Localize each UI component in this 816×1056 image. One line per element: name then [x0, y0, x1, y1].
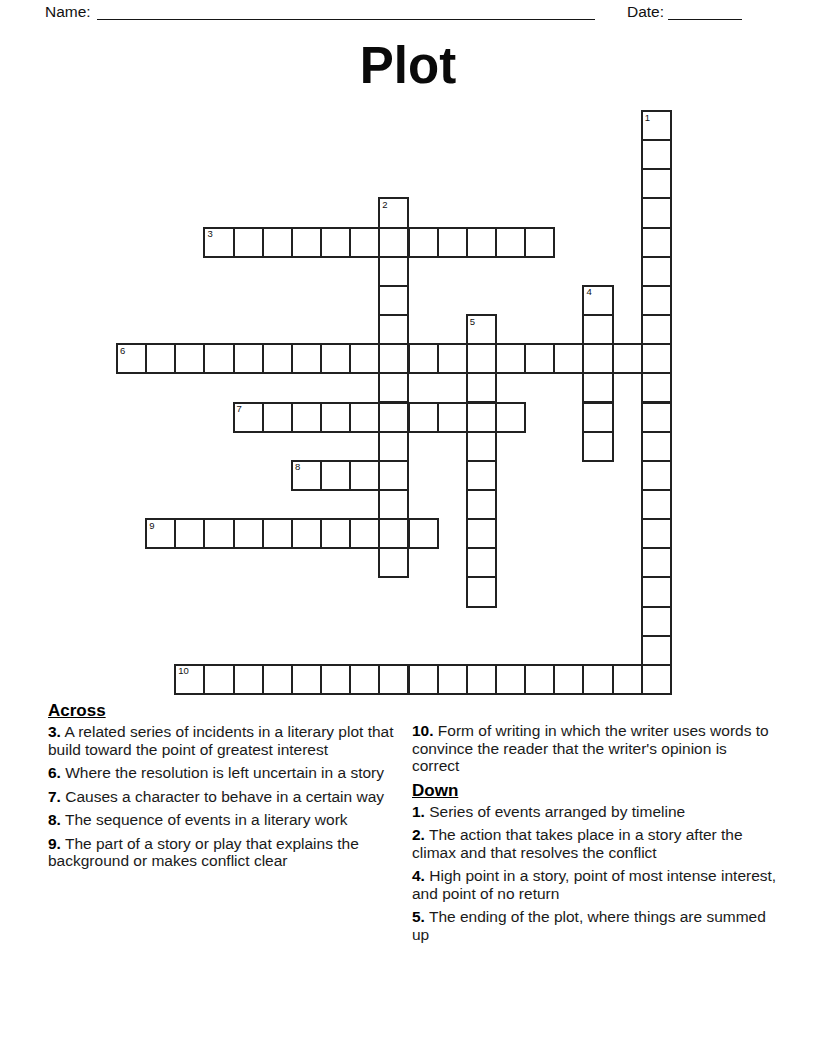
- grid-cell-r10c8[interactable]: [349, 402, 380, 433]
- grid-cell-r10c16[interactable]: [582, 402, 613, 433]
- grid-cell-r19c15[interactable]: [553, 664, 584, 695]
- grid-cell-r8c16[interactable]: [582, 343, 613, 374]
- clue-number: 1.: [412, 803, 425, 820]
- clue-across-8: 8. The sequence of events in a literary …: [48, 811, 411, 829]
- grid-cell-r4c7[interactable]: [320, 227, 351, 258]
- grid-number-9: 9: [149, 521, 154, 531]
- grid-cell-r4c11[interactable]: [437, 227, 468, 258]
- grid-cell-r11c16[interactable]: [582, 431, 613, 462]
- grid-cell-r5c18[interactable]: [641, 256, 672, 287]
- clue-number: 6.: [48, 764, 61, 781]
- grid-cell-r11c12[interactable]: [466, 431, 497, 462]
- grid-cell-r12c18[interactable]: [641, 460, 672, 491]
- grid-cell-r4c9[interactable]: [378, 227, 409, 258]
- across-clues-left: 3. A related series of incidents in a li…: [48, 723, 411, 870]
- grid-number-6: 6: [120, 346, 125, 356]
- down-clues: 1. Series of events arranged by timeline…: [412, 803, 778, 944]
- clue-across-9: 9. The part of a story or play that expl…: [48, 835, 411, 870]
- clue-down-1: 1. Series of events arranged by timeline: [412, 803, 778, 821]
- clue-text: The ending of the plot, where things are…: [412, 908, 766, 943]
- clue-number: 2.: [412, 826, 425, 843]
- grid-cell-r19c6[interactable]: [291, 664, 322, 695]
- grid-cell-r19c14[interactable]: [524, 664, 555, 695]
- grid-cell-r8c8[interactable]: [349, 343, 380, 374]
- grid-cell-r6c9[interactable]: [378, 285, 409, 316]
- grid-cell-r8c6[interactable]: [291, 343, 322, 374]
- grid-cell-r19c12[interactable]: [466, 664, 497, 695]
- grid-cell-r8c10[interactable]: [408, 343, 439, 374]
- clue-text: Series of events arranged by timeline: [425, 803, 685, 820]
- down-header: Down: [412, 781, 778, 800]
- grid-cell-r8c12[interactable]: [466, 343, 497, 374]
- grid-cell-r4c12[interactable]: [466, 227, 497, 258]
- grid-cell-r5c9[interactable]: [378, 256, 409, 287]
- clue-down-2: 2. The action that takes place in a stor…: [412, 826, 778, 861]
- clue-across-7: 7. Causes a character to behave in a cer…: [48, 788, 411, 806]
- grid-cell-r19c9[interactable]: [378, 664, 409, 695]
- grid-cell-r8c5[interactable]: [262, 343, 293, 374]
- name-blank-line[interactable]: [97, 18, 595, 20]
- grid-cell-r4c6[interactable]: [291, 227, 322, 258]
- grid-cell-r10c9[interactable]: [378, 402, 409, 433]
- grid-cell-r4c18[interactable]: [641, 227, 672, 258]
- clue-number: 4.: [412, 867, 425, 884]
- grid-cell-r8c2[interactable]: [174, 343, 205, 374]
- clue-across-3: 3. A related series of incidents in a li…: [48, 723, 411, 758]
- grid-number-4: 4: [586, 287, 591, 297]
- grid-cell-r19c5[interactable]: [262, 664, 293, 695]
- crossword-grid: 12345678910: [116, 110, 672, 695]
- grid-cell-r19c18[interactable]: [641, 664, 672, 695]
- grid-cell-r10c5[interactable]: [262, 402, 293, 433]
- clue-text: Causes a character to behave in a certai…: [61, 788, 384, 805]
- across-clues-overflow: 10. Form of writing in which the writer …: [412, 722, 778, 775]
- clue-text: High point in a story, point of most int…: [412, 867, 776, 902]
- grid-cell-r15c18[interactable]: [641, 547, 672, 578]
- grid-cell-r19c4[interactable]: [233, 664, 264, 695]
- grid-cell-r19c11[interactable]: [437, 664, 468, 695]
- grid-cell-r8c13[interactable]: [495, 343, 526, 374]
- clue-number: 7.: [48, 788, 61, 805]
- clue-down-4: 4. High point in a story, point of most …: [412, 867, 778, 902]
- grid-cell-r7c9[interactable]: [378, 314, 409, 345]
- grid-cell-r10c7[interactable]: [320, 402, 351, 433]
- grid-cell-r14c1[interactable]: 9: [145, 518, 176, 549]
- grid-cell-r8c18[interactable]: [641, 343, 672, 374]
- grid-cell-r14c8[interactable]: [349, 518, 380, 549]
- grid-cell-r15c9[interactable]: [378, 547, 409, 578]
- grid-cell-r14c7[interactable]: [320, 518, 351, 549]
- grid-cell-r8c9[interactable]: [378, 343, 409, 374]
- grid-cell-r14c3[interactable]: [203, 518, 234, 549]
- clues-left-column: Across 3. A related series of incidents …: [48, 701, 411, 876]
- grid-cell-r4c8[interactable]: [349, 227, 380, 258]
- grid-cell-r8c1[interactable]: [145, 343, 176, 374]
- grid-number-8: 8: [295, 462, 300, 472]
- grid-cell-r12c9[interactable]: [378, 460, 409, 491]
- grid-cell-r16c18[interactable]: [641, 576, 672, 607]
- worksheet-page: { "game": "crossword", "title": "Plot", …: [0, 0, 816, 1056]
- clue-number: 5.: [412, 908, 425, 925]
- grid-cell-r12c7[interactable]: [320, 460, 351, 491]
- clue-number: 3.: [48, 723, 61, 740]
- clue-text: The action that takes place in a story a…: [412, 826, 743, 861]
- grid-cell-r4c5[interactable]: [262, 227, 293, 258]
- grid-cell-r13c18[interactable]: [641, 489, 672, 520]
- grid-cell-r18c18[interactable]: [641, 635, 672, 666]
- grid-cell-r19c17[interactable]: [612, 664, 643, 695]
- grid-cell-r10c18[interactable]: [641, 402, 672, 433]
- grid-cell-r12c6[interactable]: 8: [291, 460, 322, 491]
- grid-cell-r4c14[interactable]: [524, 227, 555, 258]
- grid-cell-r9c9[interactable]: [378, 372, 409, 403]
- grid-cell-r10c13[interactable]: [495, 402, 526, 433]
- grid-cell-r8c17[interactable]: [612, 343, 643, 374]
- grid-cell-r8c3[interactable]: [203, 343, 234, 374]
- grid-cell-r11c18[interactable]: [641, 431, 672, 462]
- clues-right-column: 10. Form of writing in which the writer …: [412, 722, 778, 949]
- date-blank-line[interactable]: [668, 18, 742, 20]
- clue-across-6: 6. Where the resolution is left uncertai…: [48, 764, 411, 782]
- grid-cell-r8c14[interactable]: [524, 343, 555, 374]
- clue-text: The sequence of events in a literary wor…: [61, 811, 348, 828]
- grid-cell-r7c12[interactable]: 5: [466, 314, 497, 345]
- grid-cell-r15c12[interactable]: [466, 547, 497, 578]
- grid-cell-r14c4[interactable]: [233, 518, 264, 549]
- grid-cell-r19c3[interactable]: [203, 664, 234, 695]
- grid-cell-r19c8[interactable]: [349, 664, 380, 695]
- grid-cell-r10c11[interactable]: [437, 402, 468, 433]
- grid-cell-r13c9[interactable]: [378, 489, 409, 520]
- date-label: Date:: [627, 3, 664, 21]
- clue-text: Where the resolution is left uncertain i…: [61, 764, 384, 781]
- grid-cell-r14c10[interactable]: [408, 518, 439, 549]
- grid-number-5: 5: [470, 317, 475, 327]
- grid-cell-r4c4[interactable]: [233, 227, 264, 258]
- grid-cell-r12c12[interactable]: [466, 460, 497, 491]
- clue-text: The part of a story or play that explain…: [48, 835, 359, 870]
- grid-cell-r10c10[interactable]: [408, 402, 439, 433]
- grid-cell-r2c18[interactable]: [641, 168, 672, 199]
- grid-cell-r12c8[interactable]: [349, 460, 380, 491]
- grid-number-3: 3: [207, 229, 212, 239]
- grid-cell-r19c16[interactable]: [582, 664, 613, 695]
- grid-cell-r14c12[interactable]: [466, 518, 497, 549]
- grid-cell-r10c4[interactable]: 7: [233, 402, 264, 433]
- clue-number: 10.: [412, 722, 434, 739]
- across-header: Across: [48, 701, 411, 720]
- grid-cell-r4c13[interactable]: [495, 227, 526, 258]
- grid-cell-r19c7[interactable]: [320, 664, 351, 695]
- grid-cell-r8c11[interactable]: [437, 343, 468, 374]
- grid-number-2: 2: [382, 200, 387, 210]
- grid-cell-r14c6[interactable]: [291, 518, 322, 549]
- grid-cell-r3c18[interactable]: [641, 197, 672, 228]
- grid-cell-r17c18[interactable]: [641, 606, 672, 637]
- grid-cell-r9c16[interactable]: [582, 372, 613, 403]
- grid-cell-r14c2[interactable]: [174, 518, 205, 549]
- grid-cell-r0c18[interactable]: 1: [641, 110, 672, 141]
- grid-cell-r6c16[interactable]: 4: [582, 285, 613, 316]
- grid-number-10: 10: [178, 666, 189, 676]
- grid-cell-r7c18[interactable]: [641, 314, 672, 345]
- grid-cell-r10c12[interactable]: [466, 402, 497, 433]
- grid-cell-r6c18[interactable]: [641, 285, 672, 316]
- clue-number: 9.: [48, 835, 61, 852]
- clue-text: Form of writing in which the writer uses…: [412, 722, 769, 774]
- grid-cell-r4c3[interactable]: 3: [203, 227, 234, 258]
- grid-cell-r19c2[interactable]: 10: [174, 664, 205, 695]
- clue-across-10: 10. Form of writing in which the writer …: [412, 722, 778, 775]
- grid-cell-r14c9[interactable]: [378, 518, 409, 549]
- grid-cell-r8c7[interactable]: [320, 343, 351, 374]
- clue-text: A related series of incidents in a liter…: [48, 723, 394, 758]
- grid-cell-r16c12[interactable]: [466, 576, 497, 607]
- page-title: Plot: [0, 36, 816, 95]
- grid-cell-r1c18[interactable]: [641, 139, 672, 170]
- grid-cell-r9c18[interactable]: [641, 372, 672, 403]
- grid-cell-r14c18[interactable]: [641, 518, 672, 549]
- clue-number: 8.: [48, 811, 61, 828]
- name-label: Name:: [45, 3, 91, 21]
- grid-cell-r13c12[interactable]: [466, 489, 497, 520]
- grid-cell-r14c5[interactable]: [262, 518, 293, 549]
- grid-cell-r8c4[interactable]: [233, 343, 264, 374]
- grid-cell-r19c13[interactable]: [495, 664, 526, 695]
- grid-number-1: 1: [645, 113, 650, 123]
- grid-cell-r4c10[interactable]: [408, 227, 439, 258]
- grid-cell-r8c15[interactable]: [553, 343, 584, 374]
- grid-number-7: 7: [237, 404, 242, 414]
- grid-cell-r9c12[interactable]: [466, 372, 497, 403]
- grid-cell-r8c0[interactable]: 6: [116, 343, 147, 374]
- grid-cell-r11c9[interactable]: [378, 431, 409, 462]
- grid-cell-r7c16[interactable]: [582, 314, 613, 345]
- clue-down-5: 5. The ending of the plot, where things …: [412, 908, 778, 943]
- grid-cell-r3c9[interactable]: 2: [378, 197, 409, 228]
- grid-cell-r10c6[interactable]: [291, 402, 322, 433]
- grid-cell-r19c10[interactable]: [408, 664, 439, 695]
